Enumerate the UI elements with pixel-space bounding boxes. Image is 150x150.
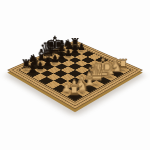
square-h1: ♜ — [116, 67, 130, 74]
square-g1: ♞ — [110, 70, 124, 77]
piece-black-rook: ♜ — [13, 44, 39, 70]
piece-black-rook: ♜ — [63, 25, 87, 49]
chess-board: ♜♟♟♜♞♟♟♞♝♟♟♝♚♟♟♚♛♟♟♛♝♟♟♝♞♟♟♞♜♟♟♜ — [7, 40, 143, 109]
chess-set-photo: ♜♟♟♜♞♟♟♞♝♟♟♝♚♟♟♚♛♟♟♛♝♟♟♝♞♟♟♞♜♟♟♜ — [0, 0, 150, 150]
board-scene: ♜♟♟♜♞♟♟♞♝♟♟♝♚♟♟♚♛♟♟♛♝♟♟♝♞♟♟♞♜♟♟♜ — [0, 0, 150, 150]
piece-white-rook: ♜ — [110, 44, 136, 70]
